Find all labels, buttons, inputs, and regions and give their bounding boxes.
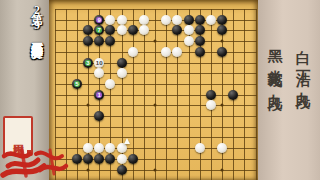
white-stone <box>139 25 149 35</box>
black-stone <box>195 36 205 46</box>
star-point <box>221 104 224 107</box>
white-stone <box>195 143 205 153</box>
move-number: 7 <box>96 27 102 33</box>
calligraphy-icon <box>0 146 70 180</box>
black-stone <box>94 36 104 46</box>
black-stone <box>83 25 93 35</box>
white-stone <box>161 47 171 57</box>
white-stone <box>117 143 127 153</box>
star-point <box>221 40 224 43</box>
white-player-rank: 九段 <box>295 80 311 84</box>
black-stone <box>206 90 216 100</box>
white-stone <box>184 25 194 35</box>
star-point <box>87 168 90 171</box>
black-stone <box>105 25 115 35</box>
white-player-name: 丁浩 <box>295 58 311 62</box>
white-stone <box>128 47 138 57</box>
black-stone: 1 <box>94 90 104 100</box>
black-stone <box>195 15 205 25</box>
black-stone <box>83 36 93 46</box>
grid-line-horizontal <box>55 127 257 128</box>
weiqi-logo-text: 围棋 <box>12 135 25 137</box>
grid-line-horizontal <box>55 137 257 138</box>
black-stone <box>117 165 127 175</box>
star-point <box>154 40 157 43</box>
black-stone <box>195 25 205 35</box>
black-stone <box>172 25 182 35</box>
white-player-column: 白 丁浩 九段 <box>293 0 312 84</box>
black-stone <box>217 25 227 35</box>
black-stone: 7 <box>94 25 104 35</box>
white-stone <box>117 154 127 164</box>
star-point <box>221 168 224 171</box>
grid-line-horizontal <box>55 95 257 96</box>
white-stone <box>172 47 182 57</box>
black-stone <box>117 58 127 68</box>
grid-line-horizontal <box>55 116 257 117</box>
black-stone: 5 <box>72 79 82 89</box>
white-stone <box>117 25 127 35</box>
white-stone <box>105 143 115 153</box>
black-stone <box>184 15 194 25</box>
black-player-rank: 九段 <box>267 82 283 86</box>
black-stone <box>128 25 138 35</box>
go-board: 9731051 <box>49 0 258 180</box>
move-number: 1 <box>96 92 102 98</box>
white-color-label: 白 <box>295 38 311 40</box>
black-stone <box>94 154 104 164</box>
white-stone <box>94 68 104 78</box>
black-player-column: 黑 党毅飞 九段 <box>265 0 284 86</box>
white-stone <box>161 15 171 25</box>
move-number: 5 <box>74 81 80 87</box>
player-info: 白 丁浩 九段 黑 党毅飞 九段 <box>256 0 312 180</box>
white-stone <box>184 36 194 46</box>
black-stone <box>195 47 205 57</box>
white-stone: 10 <box>94 58 104 68</box>
black-stone <box>105 36 115 46</box>
black-color-label: 黑 <box>267 38 283 40</box>
white-stone <box>217 143 227 153</box>
black-stone <box>94 111 104 121</box>
black-stone <box>217 47 227 57</box>
white-stone <box>117 68 127 78</box>
black-stone <box>128 154 138 164</box>
star-point <box>154 168 157 171</box>
grid-line-horizontal <box>55 9 257 10</box>
white-stone <box>206 15 216 25</box>
black-stone: 3 <box>83 58 93 68</box>
black-stone: 9 <box>94 15 104 25</box>
white-stone <box>139 15 149 25</box>
white-stone <box>117 15 127 25</box>
grid-line-horizontal <box>55 73 257 74</box>
white-stone <box>105 79 115 89</box>
move-number: 10 <box>96 60 103 66</box>
move-number: 3 <box>85 60 91 66</box>
black-stone <box>83 154 93 164</box>
white-stone <box>94 143 104 153</box>
black-stone <box>228 90 238 100</box>
black-stone <box>105 154 115 164</box>
white-stone <box>105 15 115 25</box>
move-number: 9 <box>96 17 102 23</box>
last-move-triangle-icon <box>124 138 130 144</box>
black-player-name: 党毅飞 <box>267 58 283 64</box>
black-stone <box>72 154 82 164</box>
white-stone <box>172 15 182 25</box>
white-stone <box>206 100 216 110</box>
black-stone <box>217 15 227 25</box>
grid-line-horizontal <box>55 84 257 85</box>
white-stone <box>83 143 93 153</box>
video-frame: 第29届三星杯世界大师赛决赛 9731051 白 丁浩 九段 黑 党毅飞 九段 … <box>0 0 320 180</box>
star-point <box>154 104 157 107</box>
star-point <box>87 104 90 107</box>
